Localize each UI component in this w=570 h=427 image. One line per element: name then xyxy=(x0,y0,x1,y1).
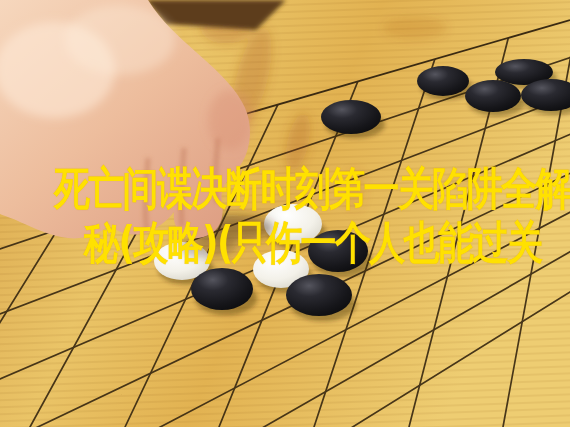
black-stone xyxy=(417,66,469,96)
black-stone xyxy=(321,100,381,134)
caption-line-2: 秘(攻略)(只伤一个人也能过关 xyxy=(84,218,541,268)
black-stone xyxy=(286,274,352,316)
black-stone xyxy=(465,80,521,112)
black-stone xyxy=(191,268,253,310)
caption-line-1: 死亡间谍决断时刻第一关陷阱全解 xyxy=(54,164,570,214)
go-photo-screenshot: 死亡间谍决断时刻第一关陷阱全解 秘(攻略)(只伤一个人也能过关 xyxy=(0,0,570,427)
